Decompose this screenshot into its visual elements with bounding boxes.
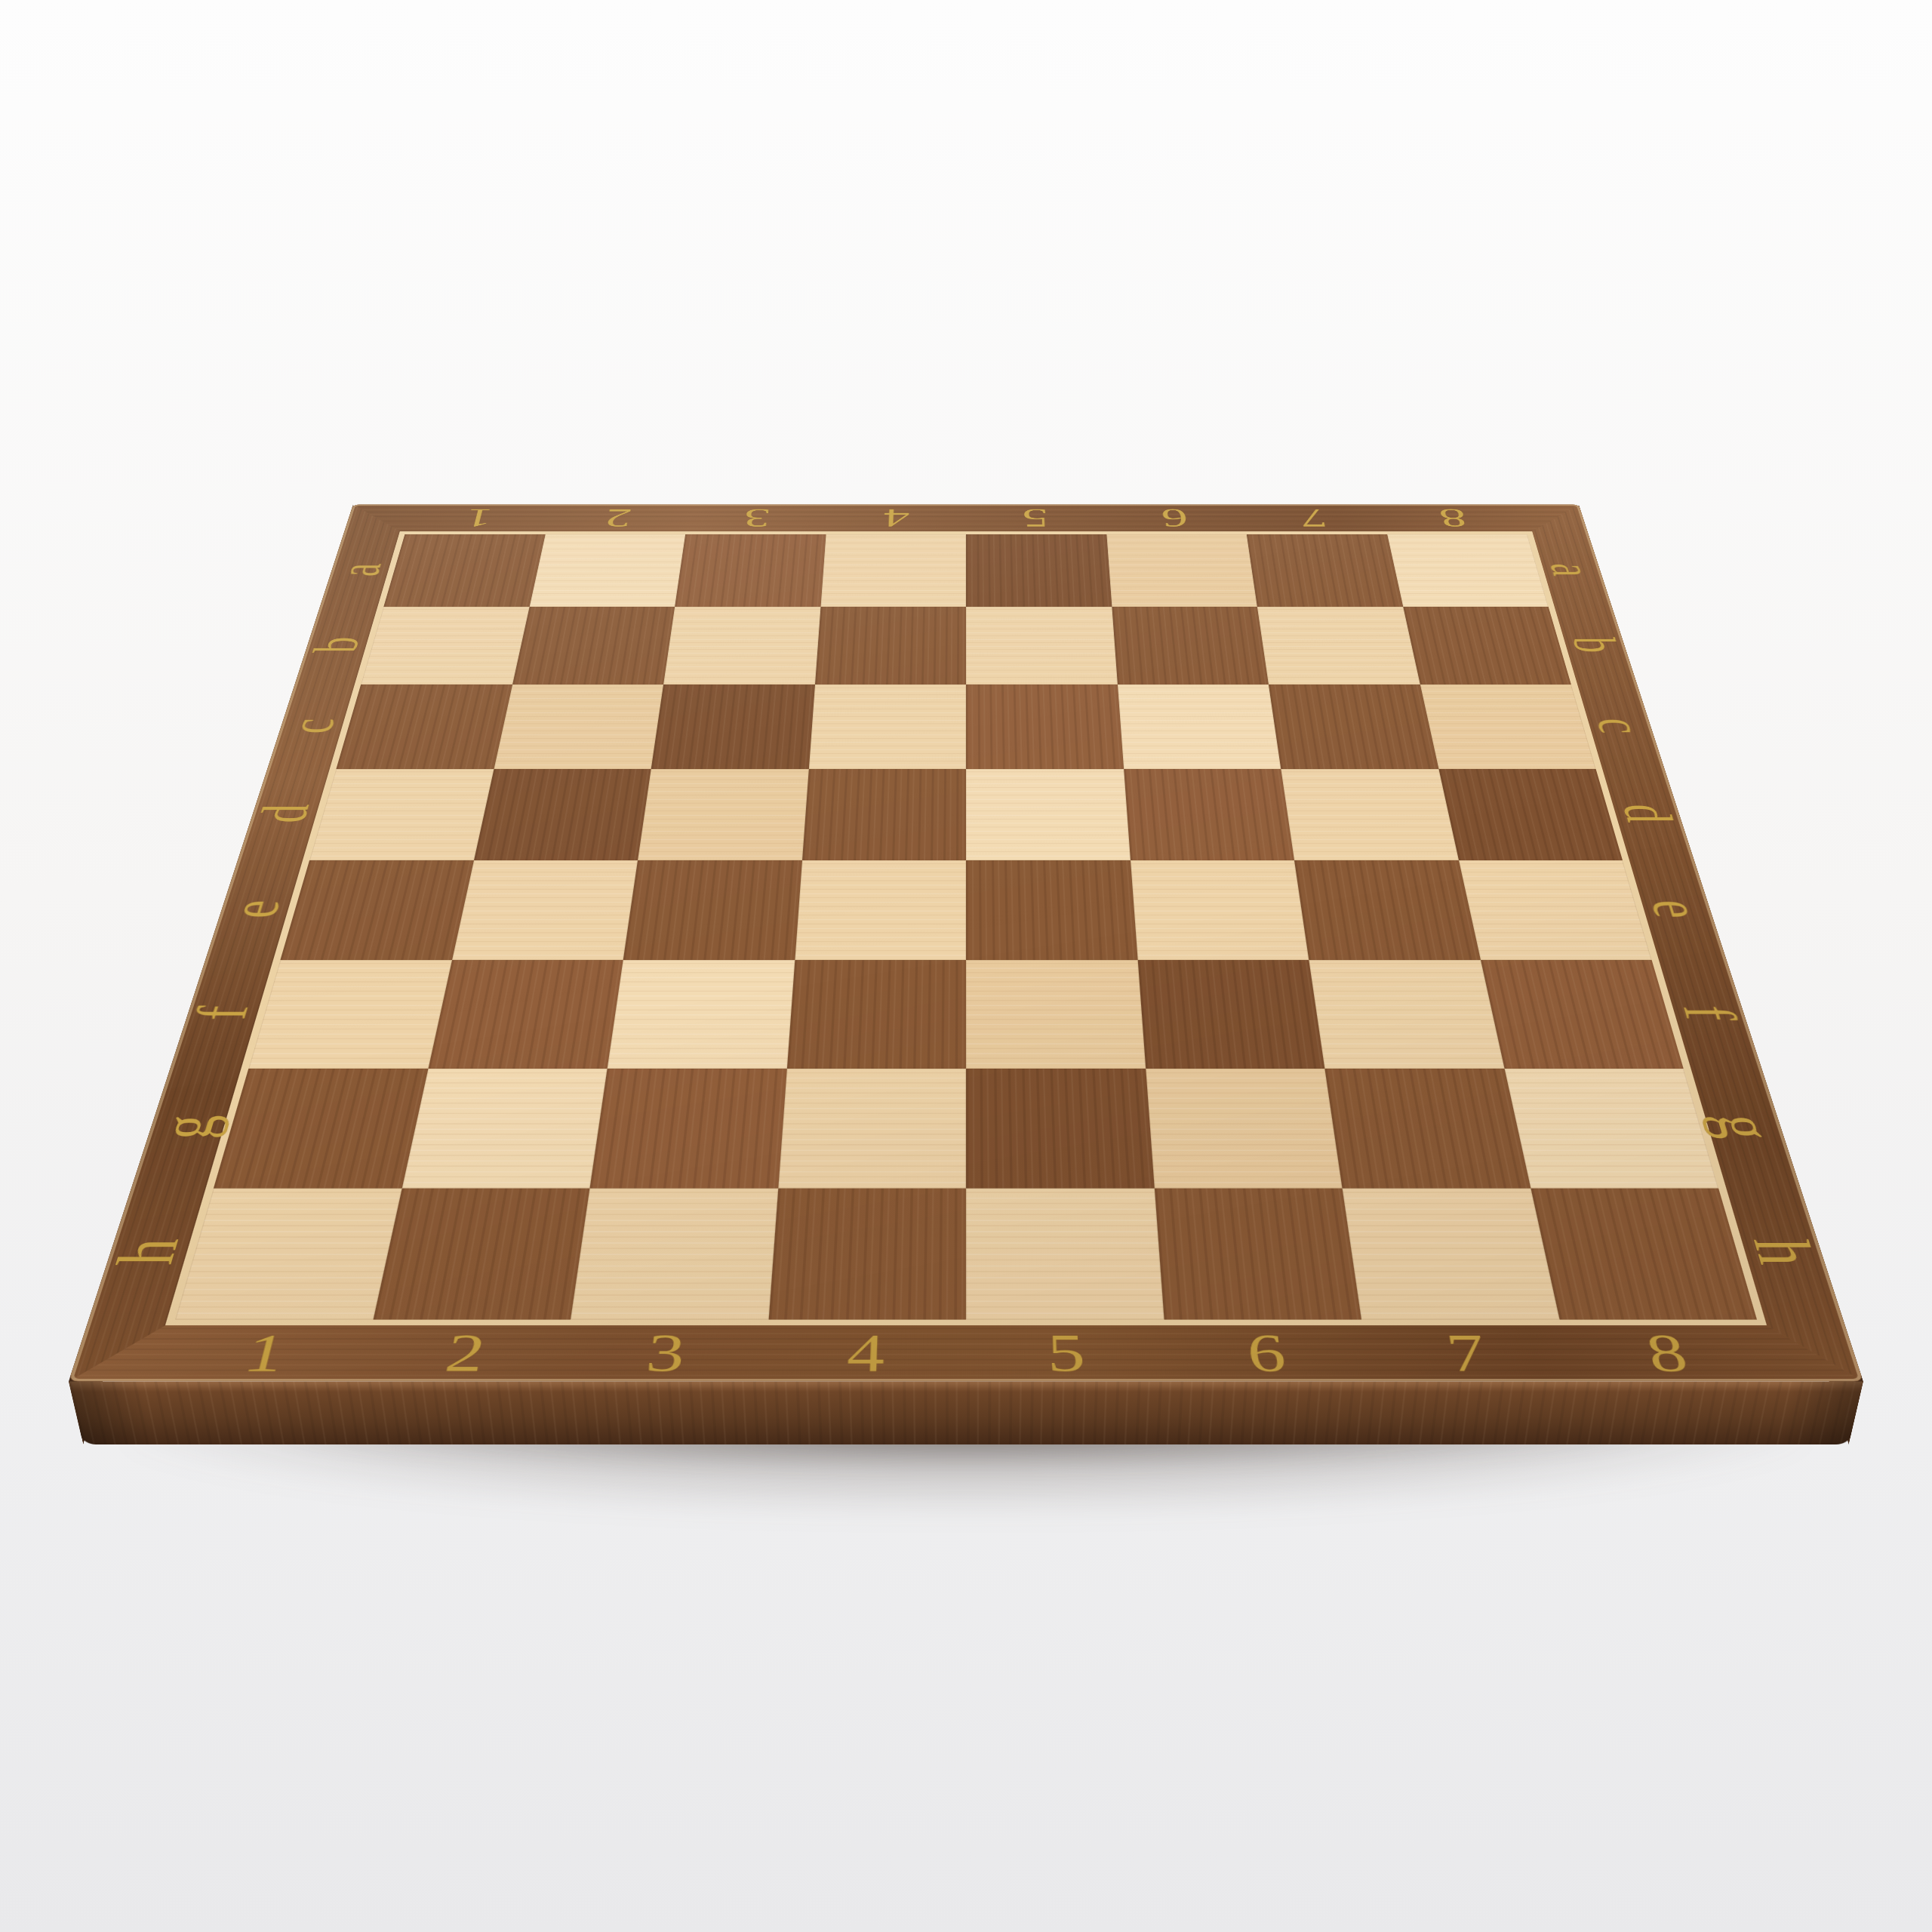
square-c3 [651,685,815,769]
coords-bottom-ranks: 12345678 [157,1325,1775,1381]
square-g7 [1324,1069,1530,1188]
square-d5 [966,769,1131,860]
square-f2 [428,960,623,1069]
square-d3 [638,769,808,860]
coord-left-e: e [218,900,291,918]
square-g5 [966,1069,1154,1188]
square-e7 [1294,860,1480,960]
square-f5 [966,960,1146,1069]
square-h7 [1343,1188,1560,1319]
square-c1 [336,685,512,769]
chessboard-product-photo: 12345678 12345678 abcdefgh abcdefgh [0,0,1932,1932]
coord-right-f: f [1672,1006,1747,1020]
square-e8 [1459,860,1652,960]
square-g6 [1146,1069,1343,1188]
coord-bottom-4: 4 [846,1327,886,1380]
square-b3 [663,607,820,685]
square-b2 [512,607,675,685]
square-h3 [571,1188,778,1319]
board-front-edge [69,1381,1863,1444]
coord-left-h: h [106,1239,192,1266]
board-top-face: 12345678 12345678 abcdefgh abcdefgh [69,504,1863,1381]
square-b7 [1257,607,1420,685]
square-g3 [589,1069,786,1188]
square-a5 [966,534,1112,607]
square-e3 [623,860,802,960]
square-c2 [494,685,663,769]
square-c4 [808,685,966,769]
square-a2 [529,534,685,607]
coord-left-g: g [146,1115,228,1139]
square-b6 [1112,607,1269,685]
square-c7 [1269,685,1438,769]
square-e2 [452,860,638,960]
coords-top-ranks: 12345678 [405,504,1526,531]
square-e1 [280,860,473,960]
coord-bottom-1: 1 [239,1327,291,1380]
square-f4 [786,960,966,1069]
coord-left-c: c [278,718,346,734]
coord-right-c: c [1586,718,1654,734]
chess-board: 12345678 12345678 abcdefgh abcdefgh [69,504,1863,1381]
square-f1 [248,960,451,1069]
square-h8 [1531,1188,1757,1319]
square-d6 [1124,769,1294,860]
coord-right-a: a [1541,564,1603,577]
coord-bottom-3: 3 [644,1327,688,1380]
square-b5 [966,607,1117,685]
coord-left-d: d [249,804,320,823]
square-a4 [820,534,966,607]
square-c5 [966,685,1124,769]
coords-left-files: abcdefgh [89,534,399,1319]
square-d1 [309,769,494,860]
square-g1 [214,1069,428,1188]
board-squares [165,531,1767,1325]
coord-top-5: 5 [1022,505,1049,531]
coord-top-4: 4 [883,505,910,531]
coord-bottom-2: 2 [441,1327,489,1380]
coord-right-e: e [1641,900,1714,918]
square-h2 [373,1188,590,1319]
coord-bottom-5: 5 [1047,1327,1087,1380]
coord-left-a: a [329,564,391,577]
coord-top-8: 8 [1437,505,1470,531]
square-g2 [401,1069,607,1188]
square-h6 [1154,1188,1361,1319]
square-c8 [1420,685,1595,769]
square-d7 [1281,769,1458,860]
square-d8 [1438,769,1623,860]
square-c6 [1117,685,1281,769]
square-f3 [608,960,795,1069]
square-b4 [815,607,966,685]
coord-top-2: 2 [603,505,634,531]
coord-right-b: b [1563,637,1628,653]
coords-right-files: abcdefgh [1533,534,1843,1319]
square-a8 [1387,534,1549,607]
square-g8 [1504,1069,1718,1188]
square-d4 [802,769,967,860]
square-h5 [966,1188,1164,1319]
square-f7 [1309,960,1504,1069]
coord-bottom-8: 8 [1641,1327,1693,1380]
coord-right-g: g [1704,1115,1786,1139]
coord-bottom-6: 6 [1244,1327,1288,1380]
square-e4 [795,860,966,960]
square-f6 [1137,960,1324,1069]
board-scene: 12345678 12345678 abcdefgh abcdefgh [0,0,1932,1932]
square-a3 [675,534,826,607]
square-h1 [175,1188,401,1319]
square-a6 [1106,534,1257,607]
coord-left-b: b [304,637,369,653]
square-f8 [1480,960,1683,1069]
square-h4 [768,1188,966,1319]
square-b1 [361,607,529,685]
coord-top-7: 7 [1298,505,1329,531]
square-e5 [966,860,1137,960]
square-a1 [383,534,545,607]
coord-top-1: 1 [463,505,496,531]
coord-right-h: h [1740,1239,1826,1266]
coord-top-3: 3 [743,505,771,531]
square-g4 [778,1069,966,1188]
coord-right-d: d [1612,804,1683,823]
coord-bottom-7: 7 [1443,1327,1491,1380]
coord-top-6: 6 [1160,505,1189,531]
square-b8 [1403,607,1571,685]
square-a7 [1247,534,1403,607]
square-e6 [1131,860,1309,960]
square-d2 [474,769,651,860]
coord-left-f: f [185,1006,260,1020]
